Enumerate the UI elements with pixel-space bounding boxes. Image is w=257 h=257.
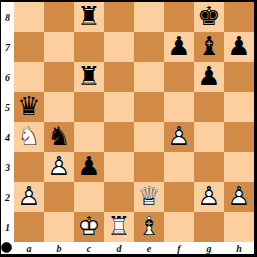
square-c1[interactable]: ♚♔ — [74, 212, 104, 242]
rank-label-1: 1 — [1, 212, 14, 242]
white-pawn: ♟♙ — [194, 182, 224, 212]
square-c4[interactable] — [74, 122, 104, 152]
square-e8[interactable] — [134, 2, 164, 32]
square-g2[interactable]: ♟♙ — [194, 182, 224, 212]
black-king: ♚ — [194, 2, 224, 32]
square-e4[interactable] — [134, 122, 164, 152]
file-label-f: f — [164, 242, 194, 254]
square-f5[interactable] — [164, 92, 194, 122]
square-b8[interactable] — [44, 2, 74, 32]
black-knight: ♞ — [44, 122, 74, 152]
square-a5[interactable]: ♛ — [14, 92, 44, 122]
square-c5[interactable] — [74, 92, 104, 122]
square-d4[interactable] — [104, 122, 134, 152]
rank-labels: 87654321 — [1, 2, 14, 242]
square-g5[interactable] — [194, 92, 224, 122]
square-e2[interactable]: ♛♕ — [134, 182, 164, 212]
square-b1[interactable] — [44, 212, 74, 242]
square-a4[interactable]: ♞♘ — [14, 122, 44, 152]
white-king: ♚♔ — [74, 212, 104, 242]
white-pawn: ♟♙ — [44, 152, 74, 182]
square-f6[interactable] — [164, 62, 194, 92]
white-rook: ♜♖ — [104, 212, 134, 242]
rank-label-5: 5 — [1, 92, 14, 122]
file-label-g: g — [194, 242, 224, 254]
rank-label-7: 7 — [1, 32, 14, 62]
square-f4[interactable]: ♟♙ — [164, 122, 194, 152]
square-g6[interactable]: ♟ — [194, 62, 224, 92]
square-f8[interactable] — [164, 2, 194, 32]
black-bishop: ♝ — [194, 32, 224, 62]
square-e5[interactable] — [134, 92, 164, 122]
square-e6[interactable] — [134, 62, 164, 92]
square-b7[interactable] — [44, 32, 74, 62]
square-a6[interactable] — [14, 62, 44, 92]
square-d7[interactable] — [104, 32, 134, 62]
rank-label-3: 3 — [1, 152, 14, 182]
square-h1[interactable] — [224, 212, 254, 242]
file-label-b: b — [44, 242, 74, 254]
square-h2[interactable]: ♟♙ — [224, 182, 254, 212]
square-a1[interactable] — [14, 212, 44, 242]
rank-label-2: 2 — [1, 182, 14, 212]
black-pawn: ♟ — [194, 62, 224, 92]
white-pawn: ♟♙ — [224, 182, 254, 212]
square-b3[interactable]: ♟♙ — [44, 152, 74, 182]
file-label-d: d — [104, 242, 134, 254]
white-bishop: ♝♗ — [134, 212, 164, 242]
white-queen: ♛♕ — [134, 182, 164, 212]
file-labels: abcdefgh — [1, 242, 254, 254]
rank-label-4: 4 — [1, 122, 14, 152]
square-f2[interactable] — [164, 182, 194, 212]
square-c2[interactable] — [74, 182, 104, 212]
file-label-e: e — [134, 242, 164, 254]
square-d8[interactable] — [104, 2, 134, 32]
square-e1[interactable]: ♝♗ — [134, 212, 164, 242]
black-to-move-indicator — [1, 242, 12, 253]
square-f1[interactable] — [164, 212, 194, 242]
square-d1[interactable]: ♜♖ — [104, 212, 134, 242]
square-d3[interactable] — [104, 152, 134, 182]
square-c7[interactable] — [74, 32, 104, 62]
white-pawn: ♟♙ — [164, 122, 194, 152]
chess-board: ♜♚♟♝♟♜♟♛♞♘♞♟♙♟♙♟♟♙♛♕♟♙♟♙♚♔♜♖♝♗ — [14, 2, 254, 242]
square-h8[interactable] — [224, 2, 254, 32]
square-b5[interactable] — [44, 92, 74, 122]
square-b2[interactable] — [44, 182, 74, 212]
black-pawn: ♟ — [224, 32, 254, 62]
square-g3[interactable] — [194, 152, 224, 182]
rank-label-6: 6 — [1, 62, 14, 92]
square-h3[interactable] — [224, 152, 254, 182]
square-g1[interactable] — [194, 212, 224, 242]
chess-diagram: 87654321 ♜♚♟♝♟♜♟♛♞♘♞♟♙♟♙♟♟♙♛♕♟♙♟♙♚♔♜♖♝♗ … — [0, 0, 257, 257]
file-label-a: a — [14, 242, 44, 254]
square-g8[interactable]: ♚ — [194, 2, 224, 32]
black-rook: ♜ — [74, 62, 104, 92]
square-f3[interactable] — [164, 152, 194, 182]
square-a8[interactable] — [14, 2, 44, 32]
black-queen: ♛ — [14, 92, 44, 122]
square-d2[interactable] — [104, 182, 134, 212]
square-a2[interactable]: ♟♙ — [14, 182, 44, 212]
black-pawn: ♟ — [164, 32, 194, 62]
square-b4[interactable]: ♞ — [44, 122, 74, 152]
square-f7[interactable]: ♟ — [164, 32, 194, 62]
white-pawn: ♟♙ — [14, 182, 44, 212]
square-h5[interactable] — [224, 92, 254, 122]
square-e3[interactable] — [134, 152, 164, 182]
rank-label-8: 8 — [1, 2, 14, 32]
white-knight: ♞♘ — [14, 122, 44, 152]
square-c6[interactable]: ♜ — [74, 62, 104, 92]
square-c3[interactable]: ♟ — [74, 152, 104, 182]
square-d5[interactable] — [104, 92, 134, 122]
black-pawn: ♟ — [74, 152, 104, 182]
square-d6[interactable] — [104, 62, 134, 92]
square-e7[interactable] — [134, 32, 164, 62]
file-label-c: c — [74, 242, 104, 254]
square-a3[interactable] — [14, 152, 44, 182]
square-b6[interactable] — [44, 62, 74, 92]
square-g4[interactable] — [194, 122, 224, 152]
square-h4[interactable] — [224, 122, 254, 152]
square-a7[interactable] — [14, 32, 44, 62]
square-h7[interactable]: ♟ — [224, 32, 254, 62]
square-c8[interactable]: ♜ — [74, 2, 104, 32]
square-g7[interactable]: ♝ — [194, 32, 224, 62]
square-h6[interactable] — [224, 62, 254, 92]
black-rook: ♜ — [74, 2, 104, 32]
file-label-h: h — [224, 242, 254, 254]
